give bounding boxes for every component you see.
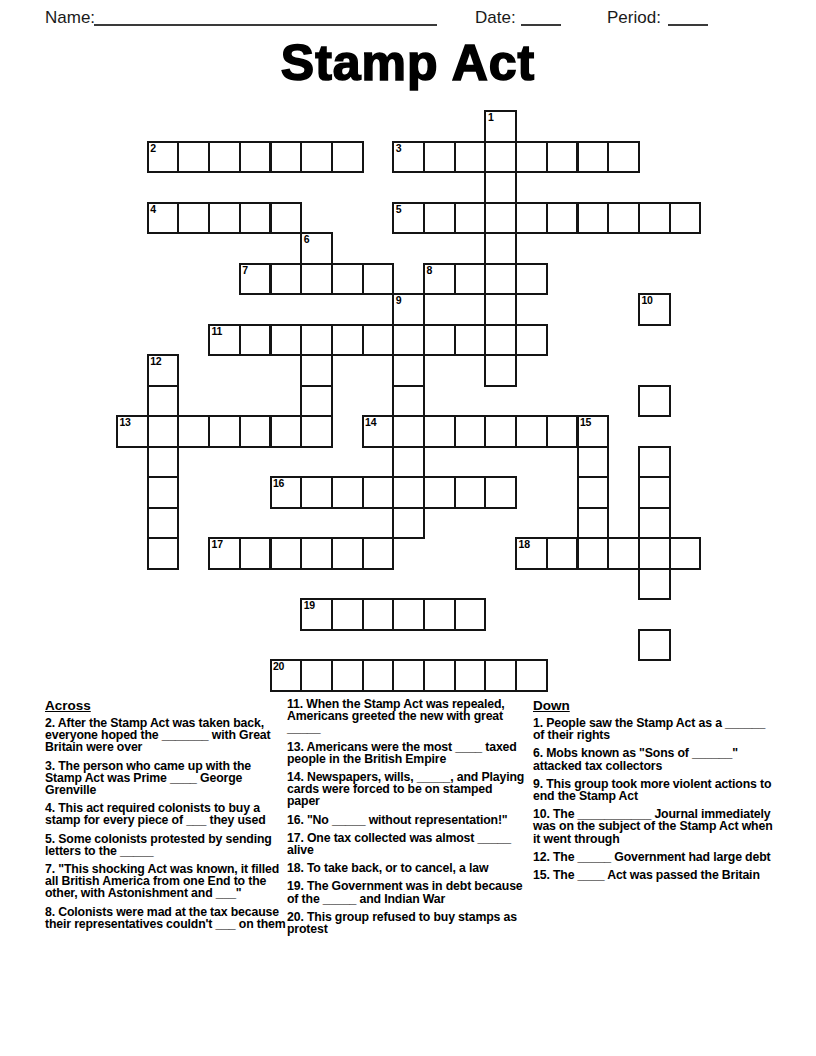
clue-item: 6. Mobs known as "Sons of ______" attack… xyxy=(533,747,776,771)
grid-cell[interactable] xyxy=(577,476,610,509)
grid-cell[interactable]: 13 xyxy=(116,415,149,448)
clue-number: 3 xyxy=(396,143,402,154)
grid-cell[interactable] xyxy=(515,415,548,448)
grid-cell[interactable] xyxy=(638,537,671,570)
grid-cell[interactable] xyxy=(331,141,364,174)
clue-number: 12 xyxy=(150,356,161,367)
grid-cell[interactable] xyxy=(454,202,487,235)
grid-cell[interactable] xyxy=(577,141,610,174)
grid-cell[interactable] xyxy=(270,202,303,235)
grid-cell[interactable] xyxy=(484,202,517,235)
grid-cell[interactable] xyxy=(423,598,456,631)
across-clue-list-1: 2. After the Stamp Act was taken back, e… xyxy=(45,717,288,930)
grid-cell[interactable]: 14 xyxy=(362,415,395,448)
grid-cell[interactable]: 5 xyxy=(392,202,425,235)
grid-cell[interactable]: 1 xyxy=(484,110,517,143)
clue-item: 11. When the Stamp Act was repealed, Ame… xyxy=(287,698,527,735)
grid-cell[interactable] xyxy=(423,415,456,448)
grid-cell[interactable]: 11 xyxy=(208,324,241,357)
clue-number: 1 xyxy=(488,112,494,123)
grid-cell[interactable] xyxy=(546,537,579,570)
clue-item: 13. Americans were the most ____ taxed p… xyxy=(287,741,527,765)
grid-cell[interactable] xyxy=(577,537,610,570)
grid-cell[interactable]: 9 xyxy=(392,293,425,326)
grid-cell[interactable]: 20 xyxy=(270,659,303,692)
across-clues-column-1: Across 2. After the Stamp Act was taken … xyxy=(45,698,288,936)
grid-cell[interactable] xyxy=(515,263,548,296)
across-heading: Across xyxy=(45,698,288,713)
grid-cell[interactable] xyxy=(392,324,425,357)
grid-cell[interactable] xyxy=(331,476,364,509)
worksheet-page: Name: Date: Period: Stamp Act 1234567891… xyxy=(0,0,816,1056)
grid-cell[interactable] xyxy=(484,659,517,692)
grid-cell[interactable]: 4 xyxy=(147,202,180,235)
grid-cell[interactable] xyxy=(177,202,210,235)
grid-cell[interactable]: 17 xyxy=(208,537,241,570)
grid-cell[interactable] xyxy=(392,385,425,418)
grid-cell[interactable] xyxy=(638,385,671,418)
grid-cell[interactable] xyxy=(546,202,579,235)
grid-cell[interactable] xyxy=(177,415,210,448)
grid-cell[interactable] xyxy=(423,659,456,692)
clue-item: 15. The ____ Act was passed the Britain xyxy=(533,869,776,881)
grid-cell[interactable]: 10 xyxy=(638,293,671,326)
grid-cell[interactable] xyxy=(669,202,702,235)
clue-item: 14. Newspapers, wills, _____, and Playin… xyxy=(287,771,527,808)
across-clues-column-2: 11. When the Stamp Act was repealed, Ame… xyxy=(287,698,527,941)
grid-cell[interactable] xyxy=(362,476,395,509)
grid-cell[interactable] xyxy=(638,629,671,662)
clue-number: 20 xyxy=(273,661,284,672)
clue-number: 15 xyxy=(580,417,591,428)
grid-cell[interactable] xyxy=(147,476,180,509)
grid-cell[interactable] xyxy=(423,202,456,235)
grid-cell[interactable] xyxy=(546,141,579,174)
grid-cell[interactable] xyxy=(484,232,517,265)
grid-cell[interactable] xyxy=(515,659,548,692)
grid-cell[interactable] xyxy=(607,141,640,174)
grid-cell[interactable] xyxy=(239,324,272,357)
grid-cell[interactable] xyxy=(484,263,517,296)
grid-cell[interactable] xyxy=(454,476,487,509)
grid-cell[interactable]: 3 xyxy=(392,141,425,174)
clue-number: 13 xyxy=(120,417,131,428)
grid-cell[interactable] xyxy=(515,141,548,174)
grid-cell[interactable] xyxy=(300,537,333,570)
grid-cell[interactable] xyxy=(454,659,487,692)
clue-item: 19. The Government was in debt because o… xyxy=(287,880,527,904)
grid-cell[interactable] xyxy=(147,507,180,540)
down-clue-list: 1. People saw the Stamp Act as a ______ … xyxy=(533,717,776,881)
grid-cell[interactable]: 2 xyxy=(147,141,180,174)
grid-cell[interactable]: 12 xyxy=(147,354,180,387)
grid-cell[interactable] xyxy=(208,202,241,235)
grid-cell[interactable] xyxy=(270,415,303,448)
grid-cell[interactable]: 16 xyxy=(270,476,303,509)
grid-cell[interactable] xyxy=(331,659,364,692)
grid-cell[interactable] xyxy=(454,263,487,296)
grid-cell[interactable] xyxy=(454,598,487,631)
clue-item: 8. Colonists were mad at the tax because… xyxy=(45,906,288,930)
clue-item: 5. Some colonists protested by sending l… xyxy=(45,833,288,857)
clue-item: 16. "No _____ without representation!" xyxy=(287,814,527,826)
grid-cell[interactable] xyxy=(392,354,425,387)
clue-number: 2 xyxy=(150,143,156,154)
clue-item: 20. This group refused to buy stamps as … xyxy=(287,911,527,935)
grid-cell[interactable] xyxy=(638,476,671,509)
grid-cell[interactable] xyxy=(515,324,548,357)
grid-cell[interactable] xyxy=(300,415,333,448)
grid-cell[interactable] xyxy=(300,141,333,174)
grid-cell[interactable] xyxy=(392,507,425,540)
grid-cell[interactable] xyxy=(484,415,517,448)
date-blank-line xyxy=(521,10,561,26)
grid-cell[interactable] xyxy=(392,598,425,631)
grid-cell[interactable] xyxy=(300,354,333,387)
date-label: Date: xyxy=(475,8,516,28)
clue-number: 14 xyxy=(365,417,376,428)
grid-cell[interactable] xyxy=(147,537,180,570)
grid-cell[interactable] xyxy=(607,537,640,570)
grid-cell[interactable] xyxy=(208,415,241,448)
clue-number: 5 xyxy=(396,204,402,215)
period-blank-line xyxy=(668,10,708,26)
grid-cell[interactable] xyxy=(423,476,456,509)
grid-cell[interactable] xyxy=(270,537,303,570)
grid-cell[interactable]: 8 xyxy=(423,263,456,296)
grid-cell[interactable] xyxy=(362,263,395,296)
grid-cell[interactable] xyxy=(239,141,272,174)
grid-cell[interactable] xyxy=(392,659,425,692)
grid-cell[interactable] xyxy=(577,202,610,235)
clue-item: 10. The ___________ Journal immediately … xyxy=(533,808,776,845)
grid-cell[interactable] xyxy=(484,141,517,174)
grid-cell[interactable] xyxy=(300,263,333,296)
grid-cell[interactable] xyxy=(515,202,548,235)
clue-number: 10 xyxy=(641,295,652,306)
grid-cell[interactable] xyxy=(484,293,517,326)
grid-cell[interactable] xyxy=(638,202,671,235)
grid-cell[interactable] xyxy=(638,507,671,540)
grid-cell[interactable] xyxy=(454,415,487,448)
grid-cell[interactable] xyxy=(362,598,395,631)
down-clues-column: Down 1. People saw the Stamp Act as a __… xyxy=(533,698,776,887)
clue-item: 7. "This shocking Act was known, it fill… xyxy=(45,863,288,900)
clue-item: 4. This act required colonists to buy a … xyxy=(45,802,288,826)
grid-cell[interactable] xyxy=(147,385,180,418)
grid-cell[interactable] xyxy=(208,141,241,174)
grid-cell[interactable] xyxy=(331,324,364,357)
grid-cell[interactable]: 6 xyxy=(300,232,333,265)
grid-cell[interactable] xyxy=(177,141,210,174)
clue-number: 18 xyxy=(519,539,530,550)
grid-cell[interactable] xyxy=(239,537,272,570)
grid-cell[interactable] xyxy=(300,659,333,692)
grid-cell[interactable] xyxy=(239,202,272,235)
grid-cell[interactable] xyxy=(423,324,456,357)
grid-cell[interactable] xyxy=(454,141,487,174)
grid-cell[interactable] xyxy=(270,324,303,357)
grid-cell[interactable] xyxy=(147,415,180,448)
clue-number: 11 xyxy=(212,326,223,337)
grid-cell[interactable] xyxy=(362,324,395,357)
grid-cell[interactable] xyxy=(484,324,517,357)
name-blank-line xyxy=(94,10,437,26)
clue-item: 3. The person who came up with the Stamp… xyxy=(45,760,288,797)
grid-cell[interactable] xyxy=(239,415,272,448)
grid-cell[interactable] xyxy=(423,141,456,174)
clue-item: 9. This group took more violent actions … xyxy=(533,778,776,802)
grid-cell[interactable] xyxy=(638,568,671,601)
grid-cell[interactable] xyxy=(300,324,333,357)
crossword-grid: 1234567891011121314151617181920 xyxy=(116,110,702,692)
clue-item: 2. After the Stamp Act was taken back, e… xyxy=(45,717,288,754)
clue-number: 4 xyxy=(150,204,156,215)
grid-cell[interactable] xyxy=(362,537,395,570)
grid-cell[interactable] xyxy=(484,171,517,204)
clue-number: 9 xyxy=(396,295,402,306)
clue-number: 16 xyxy=(273,478,284,489)
grid-cell[interactable] xyxy=(331,537,364,570)
grid-cell[interactable]: 19 xyxy=(300,598,333,631)
clue-item: 1. People saw the Stamp Act as a ______ … xyxy=(533,717,776,741)
grid-cell[interactable] xyxy=(270,141,303,174)
grid-cell[interactable] xyxy=(454,324,487,357)
grid-cell[interactable] xyxy=(300,385,333,418)
grid-cell[interactable] xyxy=(577,507,610,540)
clue-number: 8 xyxy=(427,265,433,276)
clue-number: 19 xyxy=(304,600,315,611)
down-heading: Down xyxy=(533,698,776,713)
page-title: Stamp Act xyxy=(0,34,816,92)
name-label: Name: xyxy=(45,8,95,28)
grid-cell[interactable]: 15 xyxy=(577,415,610,448)
grid-cell[interactable] xyxy=(300,476,333,509)
period-label: Period: xyxy=(607,8,661,28)
grid-cell[interactable] xyxy=(577,446,610,479)
clue-number: 17 xyxy=(212,539,223,550)
clue-number: 7 xyxy=(242,265,248,276)
across-clue-list-2: 11. When the Stamp Act was repealed, Ame… xyxy=(287,698,527,935)
grid-cell[interactable] xyxy=(638,446,671,479)
clue-item: 18. To take back, or to cancel, a law xyxy=(287,862,527,874)
grid-cell[interactable] xyxy=(147,446,180,479)
grid-cell[interactable] xyxy=(607,202,640,235)
grid-cell[interactable]: 7 xyxy=(239,263,272,296)
grid-cell[interactable] xyxy=(392,446,425,479)
grid-cell[interactable] xyxy=(270,263,303,296)
grid-cell[interactable] xyxy=(392,476,425,509)
grid-cell[interactable] xyxy=(331,598,364,631)
grid-cell[interactable] xyxy=(484,354,517,387)
grid-cell[interactable] xyxy=(331,263,364,296)
grid-cell[interactable] xyxy=(484,476,517,509)
grid-cell[interactable] xyxy=(362,659,395,692)
grid-cell[interactable] xyxy=(669,537,702,570)
clue-item: 17. One tax collected was almost _____ a… xyxy=(287,832,527,856)
clue-number: 6 xyxy=(304,234,310,245)
grid-cell[interactable] xyxy=(392,415,425,448)
clue-item: 12. The _____ Government had large debt xyxy=(533,851,776,863)
grid-cell[interactable]: 18 xyxy=(515,537,548,570)
grid-cell[interactable] xyxy=(546,415,579,448)
